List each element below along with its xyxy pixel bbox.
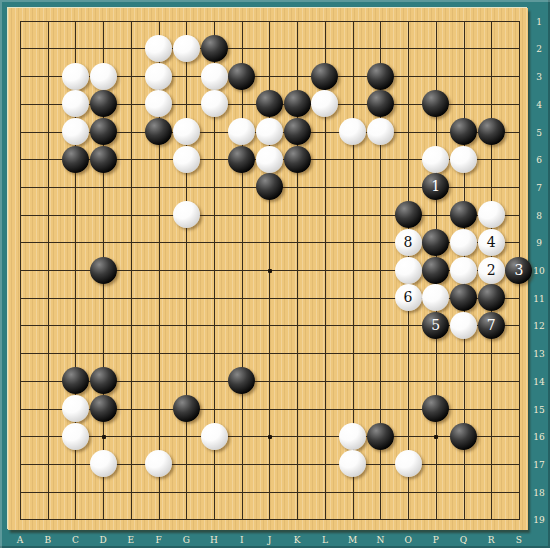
row-label-18: 18 xyxy=(529,487,549,499)
row-label-17: 17 xyxy=(529,459,549,471)
row-label-5: 5 xyxy=(529,127,549,139)
col-label-G: G xyxy=(176,534,196,546)
col-label-C: C xyxy=(65,534,85,546)
white-stone-O10[interactable] xyxy=(395,257,422,284)
col-label-L: L xyxy=(315,534,335,546)
white-stone-N5[interactable] xyxy=(367,118,394,145)
white-stone-Q9[interactable] xyxy=(450,229,477,256)
white-stone-G6[interactable] xyxy=(173,146,200,173)
move-number: 4 xyxy=(478,229,505,256)
col-label-K: K xyxy=(287,534,307,546)
black-stone-R5[interactable] xyxy=(478,118,505,145)
white-stone-C15[interactable] xyxy=(62,395,89,422)
black-stone-J4[interactable] xyxy=(256,90,283,117)
white-stone-H3[interactable] xyxy=(201,63,228,90)
white-stone-Q12[interactable] xyxy=(450,312,477,339)
white-stone-Q10[interactable] xyxy=(450,257,477,284)
black-stone-D10[interactable] xyxy=(90,257,117,284)
row-label-6: 6 xyxy=(529,154,549,166)
move-number: 6 xyxy=(395,284,422,311)
row-label-10: 10 xyxy=(529,265,549,277)
white-stone-J6[interactable] xyxy=(256,146,283,173)
black-stone-I14[interactable] xyxy=(228,367,255,394)
white-stone-F4[interactable] xyxy=(145,90,172,117)
col-label-H: H xyxy=(204,534,224,546)
black-stone-K5[interactable] xyxy=(284,118,311,145)
black-stone-C14[interactable] xyxy=(62,367,89,394)
white-stone-G5[interactable] xyxy=(173,118,200,145)
white-stone-O17[interactable] xyxy=(395,450,422,477)
black-stone-P7[interactable]: 1 xyxy=(422,173,449,200)
col-label-Q: Q xyxy=(454,534,474,546)
white-stone-I5[interactable] xyxy=(228,118,255,145)
black-stone-P9[interactable] xyxy=(422,229,449,256)
star-point xyxy=(102,435,106,439)
black-stone-Q8[interactable] xyxy=(450,201,477,228)
move-number: 1 xyxy=(422,173,449,200)
white-stone-O9[interactable]: 8 xyxy=(395,229,422,256)
black-stone-G15[interactable] xyxy=(173,395,200,422)
black-stone-P10[interactable] xyxy=(422,257,449,284)
white-stone-C16[interactable] xyxy=(62,423,89,450)
col-label-D: D xyxy=(93,534,113,546)
row-label-15: 15 xyxy=(529,404,549,416)
white-stone-C3[interactable] xyxy=(62,63,89,90)
row-label-12: 12 xyxy=(529,320,549,332)
white-stone-J5[interactable] xyxy=(256,118,283,145)
black-stone-F5[interactable] xyxy=(145,118,172,145)
col-label-F: F xyxy=(149,534,169,546)
col-label-M: M xyxy=(343,534,363,546)
star-point xyxy=(268,435,272,439)
white-stone-M16[interactable] xyxy=(339,423,366,450)
white-stone-D3[interactable] xyxy=(90,63,117,90)
black-stone-J7[interactable] xyxy=(256,173,283,200)
white-stone-R9[interactable]: 4 xyxy=(478,229,505,256)
grid-line xyxy=(20,353,520,354)
row-label-14: 14 xyxy=(529,376,549,388)
black-stone-H2[interactable] xyxy=(201,35,228,62)
white-stone-P11[interactable] xyxy=(422,284,449,311)
black-stone-C6[interactable] xyxy=(62,146,89,173)
black-stone-D6[interactable] xyxy=(90,146,117,173)
row-label-2: 2 xyxy=(529,43,549,55)
white-stone-Q6[interactable] xyxy=(450,146,477,173)
row-label-11: 11 xyxy=(529,293,549,305)
white-stone-D17[interactable] xyxy=(90,450,117,477)
white-stone-P6[interactable] xyxy=(422,146,449,173)
move-number: 2 xyxy=(478,257,505,284)
white-stone-R10[interactable]: 2 xyxy=(478,257,505,284)
white-stone-C4[interactable] xyxy=(62,90,89,117)
move-number: 7 xyxy=(478,312,505,339)
white-stone-C5[interactable] xyxy=(62,118,89,145)
star-point xyxy=(268,269,272,273)
black-stone-I6[interactable] xyxy=(228,146,255,173)
col-label-I: I xyxy=(232,534,252,546)
black-stone-K6[interactable] xyxy=(284,146,311,173)
black-stone-D14[interactable] xyxy=(90,367,117,394)
col-label-A: A xyxy=(10,534,30,546)
white-stone-H16[interactable] xyxy=(201,423,228,450)
col-label-J: J xyxy=(259,534,279,546)
white-stone-H4[interactable] xyxy=(201,90,228,117)
row-label-1: 1 xyxy=(529,16,549,28)
white-stone-L4[interactable] xyxy=(311,90,338,117)
black-stone-N3[interactable] xyxy=(367,63,394,90)
white-stone-O11[interactable]: 6 xyxy=(395,284,422,311)
col-label-N: N xyxy=(370,534,390,546)
black-stone-R11[interactable] xyxy=(478,284,505,311)
black-stone-D5[interactable] xyxy=(90,118,117,145)
black-stone-Q5[interactable] xyxy=(450,118,477,145)
black-stone-Q11[interactable] xyxy=(450,284,477,311)
row-label-19: 19 xyxy=(529,514,549,526)
black-stone-P4[interactable] xyxy=(422,90,449,117)
black-stone-L3[interactable] xyxy=(311,63,338,90)
white-stone-F3[interactable] xyxy=(145,63,172,90)
row-label-7: 7 xyxy=(529,182,549,194)
black-stone-I3[interactable] xyxy=(228,63,255,90)
grid-line xyxy=(20,519,520,520)
black-stone-N4[interactable] xyxy=(367,90,394,117)
col-label-B: B xyxy=(38,534,58,546)
black-stone-N16[interactable] xyxy=(367,423,394,450)
move-number: 8 xyxy=(395,229,422,256)
col-label-O: O xyxy=(398,534,418,546)
white-stone-G8[interactable] xyxy=(173,201,200,228)
black-stone-K4[interactable] xyxy=(284,90,311,117)
white-stone-F2[interactable] xyxy=(145,35,172,62)
goban[interactable]: 18423657 xyxy=(8,8,528,530)
col-label-S: S xyxy=(509,534,529,546)
black-stone-P15[interactable] xyxy=(422,395,449,422)
col-label-R: R xyxy=(481,534,501,546)
row-label-16: 16 xyxy=(529,431,549,443)
black-stone-O8[interactable] xyxy=(395,201,422,228)
row-label-4: 4 xyxy=(529,99,549,111)
black-stone-P12[interactable]: 5 xyxy=(422,312,449,339)
row-label-3: 3 xyxy=(529,71,549,83)
col-label-E: E xyxy=(121,534,141,546)
row-label-9: 9 xyxy=(529,237,549,249)
move-number: 5 xyxy=(422,312,449,339)
white-stone-M17[interactable] xyxy=(339,450,366,477)
row-label-8: 8 xyxy=(529,210,549,222)
black-stone-R12[interactable]: 7 xyxy=(478,312,505,339)
black-stone-D4[interactable] xyxy=(90,90,117,117)
white-stone-M5[interactable] xyxy=(339,118,366,145)
grid-line xyxy=(20,492,520,493)
go-diagram: 18423657 ABCDEFGHIJKLMNOPQRS123456789101… xyxy=(0,0,550,548)
white-stone-G2[interactable] xyxy=(173,35,200,62)
star-point xyxy=(434,435,438,439)
white-stone-R8[interactable] xyxy=(478,201,505,228)
black-stone-Q16[interactable] xyxy=(450,423,477,450)
col-label-P: P xyxy=(426,534,446,546)
row-label-13: 13 xyxy=(529,348,549,360)
white-stone-F17[interactable] xyxy=(145,450,172,477)
black-stone-D15[interactable] xyxy=(90,395,117,422)
